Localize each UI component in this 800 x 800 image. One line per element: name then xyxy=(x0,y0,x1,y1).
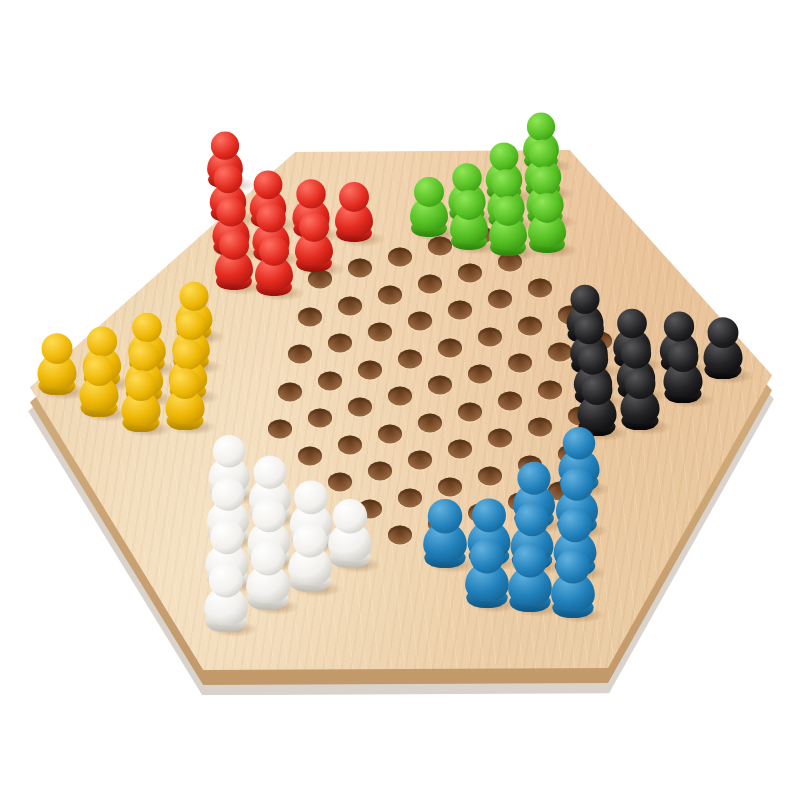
white-peg-head xyxy=(293,523,328,558)
board-hole[interactable] xyxy=(418,274,442,293)
black-peg-head xyxy=(708,317,739,348)
yellow-peg-head xyxy=(132,313,162,343)
blue-peg-head xyxy=(556,549,591,584)
black-peg[interactable] xyxy=(663,341,702,403)
board-hole[interactable] xyxy=(378,285,402,304)
board-hole[interactable] xyxy=(548,343,572,362)
board-hole[interactable] xyxy=(448,440,472,459)
board-hole[interactable] xyxy=(478,466,502,485)
yellow-peg-head xyxy=(87,326,117,356)
black-peg-head xyxy=(668,341,699,372)
board-hole[interactable] xyxy=(408,451,432,470)
white-peg-head xyxy=(209,563,244,598)
board-hole[interactable] xyxy=(528,279,552,298)
blue-peg[interactable] xyxy=(423,499,467,568)
board-hole[interactable] xyxy=(358,360,382,379)
white-peg[interactable] xyxy=(246,541,290,610)
green-peg-head xyxy=(414,177,444,207)
white-peg[interactable] xyxy=(204,563,248,632)
yellow-peg[interactable] xyxy=(37,333,76,395)
blue-peg[interactable] xyxy=(465,539,509,608)
blue-peg-head xyxy=(558,508,592,542)
red-peg-head xyxy=(214,164,243,193)
board-hole[interactable] xyxy=(338,296,362,315)
board-hole[interactable] xyxy=(298,446,322,465)
yellow-peg-head xyxy=(129,341,159,371)
board-hole[interactable] xyxy=(478,327,502,346)
board-hole[interactable] xyxy=(298,307,322,326)
red-peg-head xyxy=(296,179,325,208)
board-hole[interactable] xyxy=(428,376,452,395)
black-peg[interactable] xyxy=(620,368,659,430)
red-peg-head xyxy=(259,236,289,266)
white-peg-head xyxy=(213,435,245,467)
black-peg-head xyxy=(617,309,647,339)
red-peg-head xyxy=(339,182,369,212)
yellow-peg[interactable] xyxy=(165,368,204,430)
yellow-peg-head xyxy=(84,355,115,386)
red-peg-head xyxy=(299,212,329,242)
yellow-peg[interactable] xyxy=(121,370,160,432)
green-peg-head xyxy=(530,166,559,195)
green-peg-head xyxy=(491,169,520,198)
black-peg-head xyxy=(621,338,651,368)
green-peg[interactable] xyxy=(410,177,448,237)
board-hole[interactable] xyxy=(408,312,432,331)
green-peg[interactable] xyxy=(528,193,566,253)
yellow-peg-head xyxy=(179,282,208,311)
red-peg-head xyxy=(256,203,285,232)
black-peg-head xyxy=(578,344,608,374)
black-peg-head xyxy=(582,374,613,405)
red-peg[interactable] xyxy=(215,230,253,290)
black-peg-head xyxy=(570,285,599,314)
green-peg-head xyxy=(529,139,558,168)
board-hole[interactable] xyxy=(458,263,482,282)
white-peg[interactable] xyxy=(328,499,372,568)
blue-peg[interactable] xyxy=(551,549,595,618)
black-peg-head xyxy=(574,315,604,345)
red-peg[interactable] xyxy=(255,236,293,296)
yellow-peg-head xyxy=(170,368,201,399)
blue-peg-head xyxy=(560,468,593,501)
board-hole[interactable] xyxy=(278,382,302,401)
board-hole[interactable] xyxy=(538,380,562,399)
blue-peg-head xyxy=(513,543,548,578)
red-peg-head xyxy=(254,170,283,199)
board-hole[interactable] xyxy=(368,462,392,481)
board-hole[interactable] xyxy=(398,488,422,507)
black-peg[interactable] xyxy=(703,317,742,379)
blue-peg-head xyxy=(563,427,595,459)
board-hole[interactable] xyxy=(348,259,372,278)
board-hole[interactable] xyxy=(348,398,372,417)
board-hole[interactable] xyxy=(388,387,412,406)
board-hole[interactable] xyxy=(518,316,542,335)
yellow-peg-head xyxy=(126,370,157,401)
blue-peg-head xyxy=(470,539,505,574)
board-hole[interactable] xyxy=(498,391,522,410)
black-peg-head xyxy=(625,368,656,399)
board-hole[interactable] xyxy=(508,354,532,373)
green-peg[interactable] xyxy=(450,190,488,250)
yellow-peg-head xyxy=(42,333,73,364)
red-peg-head xyxy=(216,197,245,226)
white-peg-head xyxy=(210,520,244,554)
red-peg[interactable] xyxy=(295,212,333,272)
board-hole[interactable] xyxy=(338,435,362,454)
green-peg-head xyxy=(532,193,562,223)
blue-peg-head xyxy=(472,498,506,532)
green-peg-head xyxy=(454,190,484,220)
white-peg-head xyxy=(211,478,244,511)
white-peg-head xyxy=(253,456,286,489)
green-peg[interactable] xyxy=(489,196,527,256)
board-hole[interactable] xyxy=(328,334,352,353)
board-hole[interactable] xyxy=(318,371,342,390)
black-peg-head xyxy=(664,311,694,341)
blue-peg-head xyxy=(428,499,463,534)
board-hole[interactable] xyxy=(388,248,412,267)
blue-peg-head xyxy=(515,502,549,536)
board-hole[interactable] xyxy=(288,345,312,364)
red-peg-head xyxy=(211,132,239,160)
yellow-peg[interactable] xyxy=(79,355,118,417)
board-hole[interactable] xyxy=(418,413,442,432)
board-hole[interactable] xyxy=(388,526,412,545)
green-peg-head xyxy=(527,113,555,141)
white-peg[interactable] xyxy=(288,523,332,592)
board-hole[interactable] xyxy=(268,420,292,439)
green-peg-head xyxy=(452,163,481,192)
board-scene xyxy=(0,0,800,800)
blue-peg[interactable] xyxy=(508,543,552,612)
board-hole[interactable] xyxy=(488,290,512,309)
board-hole[interactable] xyxy=(488,429,512,448)
white-peg-head xyxy=(251,541,286,576)
green-peg-head xyxy=(493,196,523,226)
blue-peg-head xyxy=(517,462,550,495)
board-hole[interactable] xyxy=(468,365,492,384)
board-hole[interactable] xyxy=(448,301,472,320)
green-peg-head xyxy=(490,142,519,171)
board-hole[interactable] xyxy=(528,418,552,437)
red-peg-head xyxy=(219,230,249,260)
white-peg-head xyxy=(294,480,328,514)
board-hole[interactable] xyxy=(458,402,482,421)
board-hole[interactable] xyxy=(398,349,422,368)
board-hole[interactable] xyxy=(308,409,332,428)
board-hole[interactable] xyxy=(368,323,392,342)
yellow-peg-head xyxy=(173,339,203,369)
board-hole[interactable] xyxy=(438,338,462,357)
red-peg[interactable] xyxy=(335,182,373,242)
white-peg-head xyxy=(333,499,368,534)
board-hole[interactable] xyxy=(438,477,462,496)
white-peg-head xyxy=(252,498,286,532)
board-hole[interactable] xyxy=(378,424,402,443)
yellow-peg-head xyxy=(176,311,206,341)
